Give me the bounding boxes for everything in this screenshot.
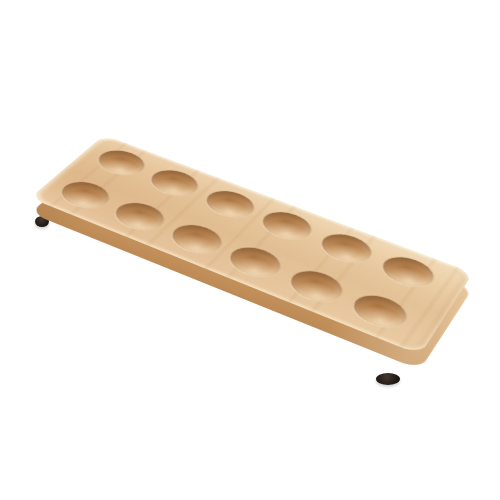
pit-r0c0[interactable]	[91, 146, 152, 180]
pit-r1c4[interactable]	[284, 265, 350, 307]
pit-r1c1[interactable]	[108, 198, 172, 235]
pit-r0c5[interactable]	[376, 251, 439, 291]
mancala-board	[30, 135, 473, 355]
pits-layer	[30, 135, 473, 355]
pit-r0c3[interactable]	[256, 207, 318, 244]
pit-r0c4[interactable]	[315, 229, 378, 268]
product-photo-canvas	[0, 0, 500, 500]
pit-r0c1[interactable]	[144, 165, 205, 200]
pit-r1c3[interactable]	[223, 242, 288, 282]
pit-r1c5[interactable]	[346, 289, 412, 332]
pit-r1c2[interactable]	[164, 219, 228, 258]
pit-r0c2[interactable]	[199, 186, 261, 222]
board-foot-right	[376, 373, 400, 385]
pit-r1c0[interactable]	[53, 177, 116, 213]
